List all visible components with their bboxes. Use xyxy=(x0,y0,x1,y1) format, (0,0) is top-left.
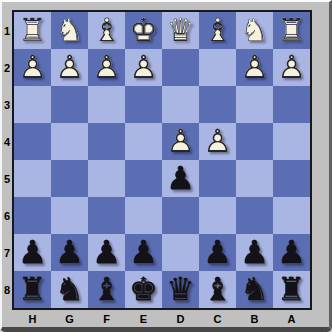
white-knight-g1[interactable]: ♞♘ xyxy=(51,12,88,49)
square-c3[interactable] xyxy=(199,86,236,123)
piece-glyph-outline: ♙ xyxy=(125,49,162,86)
piece-glyph-fill: ♟ xyxy=(273,234,310,271)
chess-board[interactable]: ♜♖♞♘♝♗♚♔♛♕♝♗♞♘♜♖♟♙♟♙♟♙♟♙♟♙♟♙♟♙♟♙♟♟♟♟♟♟♟♟… xyxy=(12,10,312,310)
black-rook-h8[interactable]: ♜ xyxy=(14,271,51,308)
piece-glyph-fill: ♟ xyxy=(14,234,51,271)
black-pawn-b7[interactable]: ♟ xyxy=(236,234,273,271)
square-b8[interactable]: ♞ xyxy=(236,271,273,308)
white-knight-b1[interactable]: ♞♘ xyxy=(236,12,273,49)
rank-label-7: 7 xyxy=(2,234,12,271)
piece-glyph-outline: ♙ xyxy=(236,49,273,86)
piece-glyph-fill: ♜ xyxy=(14,271,51,308)
square-e3[interactable] xyxy=(125,86,162,123)
piece-glyph-fill: ♟ xyxy=(51,234,88,271)
white-king-e1[interactable]: ♚♔ xyxy=(125,12,162,49)
square-h6[interactable] xyxy=(14,197,51,234)
rank-label-5: 5 xyxy=(2,160,12,197)
square-g8[interactable]: ♞ xyxy=(51,271,88,308)
square-a3[interactable] xyxy=(273,86,310,123)
rank-label-6: 6 xyxy=(2,197,12,234)
piece-glyph-fill: ♞ xyxy=(51,271,88,308)
square-h7[interactable]: ♟ xyxy=(14,234,51,271)
square-h3[interactable] xyxy=(14,86,51,123)
rank-label-4: 4 xyxy=(2,123,12,160)
square-e6[interactable] xyxy=(125,197,162,234)
black-pawn-e7[interactable]: ♟ xyxy=(125,234,162,271)
square-b3[interactable] xyxy=(236,86,273,123)
piece-glyph-outline: ♘ xyxy=(236,12,273,49)
square-c7[interactable]: ♟ xyxy=(199,234,236,271)
white-bishop-f1[interactable]: ♝♗ xyxy=(88,12,125,49)
square-c1[interactable]: ♝♗ xyxy=(199,12,236,49)
square-b4[interactable] xyxy=(236,123,273,160)
rank-label-2: 2 xyxy=(2,49,12,86)
square-g1[interactable]: ♞♘ xyxy=(51,12,88,49)
square-c8[interactable]: ♝ xyxy=(199,271,236,308)
white-pawn-d4[interactable]: ♟♙ xyxy=(162,123,199,160)
black-pawn-c7[interactable]: ♟ xyxy=(199,234,236,271)
chess-board-window: 12345678 ♜♖♞♘♝♗♚♔♛♕♝♗♞♘♜♖♟♙♟♙♟♙♟♙♟♙♟♙♟♙♟… xyxy=(0,0,332,332)
piece-glyph-outline: ♔ xyxy=(125,12,162,49)
rank-label-8: 8 xyxy=(2,271,12,308)
piece-glyph-outline: ♙ xyxy=(199,123,236,160)
black-pawn-g7[interactable]: ♟ xyxy=(51,234,88,271)
square-g3[interactable] xyxy=(51,86,88,123)
square-f1[interactable]: ♝♗ xyxy=(88,12,125,49)
piece-glyph-fill: ♟ xyxy=(199,234,236,271)
square-f7[interactable]: ♟ xyxy=(88,234,125,271)
black-bishop-c8[interactable]: ♝ xyxy=(199,271,236,308)
file-label-h: H xyxy=(14,310,51,327)
square-d5[interactable]: ♟ xyxy=(162,160,199,197)
white-queen-d1[interactable]: ♛♕ xyxy=(162,12,199,49)
piece-glyph-fill: ♞ xyxy=(236,271,273,308)
file-label-f: F xyxy=(88,310,125,327)
square-d1[interactable]: ♛♕ xyxy=(162,12,199,49)
piece-glyph-outline: ♙ xyxy=(162,123,199,160)
black-rook-a8[interactable]: ♜ xyxy=(273,271,310,308)
black-knight-g8[interactable]: ♞ xyxy=(51,271,88,308)
square-h1[interactable]: ♜♖ xyxy=(14,12,51,49)
black-pawn-f7[interactable]: ♟ xyxy=(88,234,125,271)
white-pawn-a2[interactable]: ♟♙ xyxy=(273,49,310,86)
piece-glyph-fill: ♟ xyxy=(162,160,199,197)
square-d7[interactable] xyxy=(162,234,199,271)
piece-glyph-fill: ♜ xyxy=(273,271,310,308)
square-e1[interactable]: ♚♔ xyxy=(125,12,162,49)
piece-glyph-outline: ♙ xyxy=(273,49,310,86)
piece-glyph-fill: ♟ xyxy=(125,234,162,271)
square-c4[interactable]: ♟♙ xyxy=(199,123,236,160)
square-b7[interactable]: ♟ xyxy=(236,234,273,271)
square-g2[interactable]: ♟♙ xyxy=(51,49,88,86)
square-h2[interactable]: ♟♙ xyxy=(14,49,51,86)
square-f5[interactable] xyxy=(88,160,125,197)
black-pawn-a7[interactable]: ♟ xyxy=(273,234,310,271)
square-g7[interactable]: ♟ xyxy=(51,234,88,271)
black-pawn-d5[interactable]: ♟ xyxy=(162,160,199,197)
square-d3[interactable] xyxy=(162,86,199,123)
square-h4[interactable] xyxy=(14,123,51,160)
square-c6[interactable] xyxy=(199,197,236,234)
piece-glyph-outline: ♙ xyxy=(14,49,51,86)
black-bishop-f8[interactable]: ♝ xyxy=(88,271,125,308)
square-b2[interactable]: ♟♙ xyxy=(236,49,273,86)
square-f6[interactable] xyxy=(88,197,125,234)
square-f4[interactable] xyxy=(88,123,125,160)
piece-glyph-fill: ♛ xyxy=(162,271,199,308)
square-f3[interactable] xyxy=(88,86,125,123)
white-bishop-c1[interactable]: ♝♗ xyxy=(199,12,236,49)
square-e7[interactable]: ♟ xyxy=(125,234,162,271)
black-pawn-h7[interactable]: ♟ xyxy=(14,234,51,271)
piece-glyph-fill: ♟ xyxy=(236,234,273,271)
piece-glyph-outline: ♖ xyxy=(14,12,51,49)
square-a5[interactable] xyxy=(273,160,310,197)
square-d6[interactable] xyxy=(162,197,199,234)
rank-label-3: 3 xyxy=(2,86,12,123)
square-e2[interactable]: ♟♙ xyxy=(125,49,162,86)
piece-glyph-outline: ♖ xyxy=(273,12,310,49)
white-pawn-h2[interactable]: ♟♙ xyxy=(14,49,51,86)
square-g6[interactable] xyxy=(51,197,88,234)
white-pawn-g2[interactable]: ♟♙ xyxy=(51,49,88,86)
square-f2[interactable]: ♟♙ xyxy=(88,49,125,86)
file-label-a: A xyxy=(273,310,310,327)
square-b5[interactable] xyxy=(236,160,273,197)
white-pawn-c4[interactable]: ♟♙ xyxy=(199,123,236,160)
file-labels: HGFEDCBA xyxy=(14,310,310,327)
white-rook-h1[interactable]: ♜♖ xyxy=(14,12,51,49)
piece-glyph-outline: ♕ xyxy=(162,12,199,49)
square-h5[interactable] xyxy=(14,160,51,197)
square-f8[interactable]: ♝ xyxy=(88,271,125,308)
square-a1[interactable]: ♜♖ xyxy=(273,12,310,49)
file-label-c: C xyxy=(199,310,236,327)
square-e4[interactable] xyxy=(125,123,162,160)
square-a8[interactable]: ♜ xyxy=(273,271,310,308)
white-pawn-f2[interactable]: ♟♙ xyxy=(88,49,125,86)
piece-glyph-fill: ♟ xyxy=(88,234,125,271)
square-d4[interactable]: ♟♙ xyxy=(162,123,199,160)
piece-glyph-outline: ♘ xyxy=(51,12,88,49)
piece-glyph-outline: ♙ xyxy=(51,49,88,86)
black-king-e8[interactable]: ♚ xyxy=(125,271,162,308)
rank-labels: 12345678 xyxy=(2,12,12,308)
file-label-b: B xyxy=(236,310,273,327)
black-knight-b8[interactable]: ♞ xyxy=(236,271,273,308)
square-e8[interactable]: ♚ xyxy=(125,271,162,308)
square-c2[interactable] xyxy=(199,49,236,86)
file-label-e: E xyxy=(125,310,162,327)
square-b6[interactable] xyxy=(236,197,273,234)
piece-glyph-fill: ♝ xyxy=(88,271,125,308)
file-label-d: D xyxy=(162,310,199,327)
rank-label-1: 1 xyxy=(2,12,12,49)
square-g4[interactable] xyxy=(51,123,88,160)
square-d2[interactable] xyxy=(162,49,199,86)
square-b1[interactable]: ♞♘ xyxy=(236,12,273,49)
white-rook-a1[interactable]: ♜♖ xyxy=(273,12,310,49)
black-queen-d8[interactable]: ♛ xyxy=(162,271,199,308)
file-label-g: G xyxy=(51,310,88,327)
square-d8[interactable]: ♛ xyxy=(162,271,199,308)
piece-glyph-outline: ♙ xyxy=(88,49,125,86)
square-a2[interactable]: ♟♙ xyxy=(273,49,310,86)
piece-glyph-outline: ♗ xyxy=(88,12,125,49)
white-pawn-e2[interactable]: ♟♙ xyxy=(125,49,162,86)
square-a6[interactable] xyxy=(273,197,310,234)
square-c5[interactable] xyxy=(199,160,236,197)
white-pawn-b2[interactable]: ♟♙ xyxy=(236,49,273,86)
square-a7[interactable]: ♟ xyxy=(273,234,310,271)
square-e5[interactable] xyxy=(125,160,162,197)
square-h8[interactable]: ♜ xyxy=(14,271,51,308)
piece-glyph-outline: ♗ xyxy=(199,12,236,49)
piece-glyph-fill: ♝ xyxy=(199,271,236,308)
square-a4[interactable] xyxy=(273,123,310,160)
square-g5[interactable] xyxy=(51,160,88,197)
piece-glyph-fill: ♚ xyxy=(125,271,162,308)
